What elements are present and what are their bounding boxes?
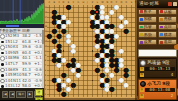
winrate-graph[interactable] bbox=[0, 0, 44, 25]
black-captures-value: 2 bbox=[145, 93, 175, 98]
white-stone-icon bbox=[140, 60, 146, 66]
button-icon bbox=[140, 10, 143, 13]
coordinate-letter: S bbox=[129, 1, 133, 4]
quick-buttons: 谱研 bbox=[35, 89, 44, 100]
action-button-形势[interactable]: 形势 bbox=[138, 31, 157, 38]
action-button-托管[interactable]: 托管 bbox=[138, 24, 157, 31]
info-box bbox=[138, 49, 177, 57]
button-label: 数子 bbox=[144, 9, 152, 15]
move-delta: +1.1 bbox=[34, 62, 41, 67]
white-time-display: 00:15:13 bbox=[145, 67, 175, 72]
action-button-返回[interactable]: 返回 bbox=[158, 39, 177, 46]
button-label: 认输 bbox=[164, 9, 172, 15]
playback-button[interactable]: |◀ bbox=[2, 91, 9, 98]
button-label: 和棋 bbox=[144, 16, 152, 22]
black-time-display: 00:13:08 bbox=[145, 88, 175, 93]
move-coordinate: L7 bbox=[13, 62, 22, 67]
panel-title: 通知-对局 bbox=[139, 1, 168, 6]
move-list[interactable]: 手数坐标胜率目差 152M338.2-1.5151L261.8+1.5150K4… bbox=[0, 28, 44, 88]
button-label: 托管 bbox=[144, 24, 152, 30]
button-icon bbox=[140, 26, 143, 29]
button-label: 形势 bbox=[144, 32, 152, 38]
button-icon bbox=[160, 10, 163, 13]
coordinate-letter: J bbox=[86, 1, 90, 4]
action-button-设置[interactable]: 设置 bbox=[138, 39, 157, 46]
move-number: 152 bbox=[5, 34, 13, 39]
black-time-tag: 保留 bbox=[140, 88, 144, 92]
move-delta: -1.5 bbox=[34, 34, 41, 39]
black-player-panel: 小飞刀 9段 保留 00:13:08 提子 2 bbox=[138, 79, 177, 100]
button-label: 悔棋 bbox=[164, 16, 172, 22]
game-action-buttons: 数子认输和棋悔棋托管点目形势棋谱设置返回 bbox=[138, 9, 177, 46]
button-icon bbox=[160, 33, 163, 36]
coordinate-letter: H bbox=[81, 1, 85, 4]
winrate-graph-svg bbox=[0, 0, 44, 24]
quick-button[interactable]: 谱 bbox=[35, 89, 44, 96]
coordinate-letter: F bbox=[72, 1, 76, 4]
coordinate-letter: A bbox=[48, 1, 52, 4]
board-coordinates-top: ABCDEFGHJKLMNOPQRST bbox=[47, 0, 138, 4]
coordinate-letter: B bbox=[52, 1, 56, 4]
board-grid[interactable]: ●●●●●●●●●●●●●●●●●●●●●●●●●●●●●●●●●●●●●●●●… bbox=[47, 5, 138, 97]
move-slider-thumb[interactable] bbox=[6, 25, 19, 27]
button-label: 返回 bbox=[164, 39, 172, 45]
notice-icon[interactable] bbox=[168, 2, 172, 6]
move-winrate: 38.2 bbox=[22, 34, 34, 39]
white-captures-value: 4 bbox=[145, 72, 175, 77]
coordinate-letter: N bbox=[105, 1, 109, 4]
white-player-panel: 风清扬 9段 保留 00:15:13 提子 4 bbox=[138, 58, 177, 78]
coordinate-letter: Q bbox=[120, 1, 124, 4]
button-icon bbox=[160, 26, 163, 29]
white-captures-tag: 提子 bbox=[140, 73, 144, 77]
analysis-sidebar: 手数坐标胜率目差 152M338.2-1.5151L261.8+1.5150K4… bbox=[0, 0, 44, 100]
go-board[interactable]: ABCDEFGHJKLMNOPQRST 19181716151413121110… bbox=[44, 0, 137, 100]
action-button-点目[interactable]: 点目 bbox=[158, 24, 177, 31]
button-icon bbox=[140, 18, 143, 21]
minimize-icon[interactable] bbox=[173, 2, 177, 6]
action-button-数子[interactable]: 数子 bbox=[138, 9, 157, 16]
go-client-window: 手数坐标胜率目差 152M338.2-1.5151L261.8+1.5150K4… bbox=[0, 0, 178, 100]
black-stone-icon bbox=[140, 81, 146, 87]
white-player-name: 风清扬 9段 bbox=[147, 60, 169, 65]
black-captures-tag: 提子 bbox=[140, 94, 144, 98]
coordinate-letter: K bbox=[91, 1, 95, 4]
move-number: 147 bbox=[5, 62, 13, 67]
move-coordinate: M3 bbox=[13, 34, 22, 39]
move-winrate: 59.9 bbox=[22, 62, 34, 67]
button-icon bbox=[140, 33, 143, 36]
playback-button[interactable]: ▶ bbox=[27, 91, 33, 98]
white-time-tag: 保留 bbox=[140, 67, 144, 71]
button-label: 棋谱 bbox=[164, 32, 172, 38]
black-player-name: 小飞刀 9段 bbox=[147, 81, 170, 86]
playback-button[interactable]: ◀ bbox=[9, 91, 15, 98]
button-icon bbox=[160, 18, 163, 21]
coordinate-letter: R bbox=[124, 1, 128, 4]
action-button-悔棋[interactable]: 悔棋 bbox=[158, 16, 177, 23]
coordinate-letter: G bbox=[76, 1, 80, 4]
playback-button[interactable]: 播放 bbox=[16, 91, 26, 98]
button-icon bbox=[160, 41, 163, 44]
coordinate-letter: C bbox=[57, 1, 61, 4]
button-label: 点目 bbox=[164, 24, 172, 30]
action-button-认输[interactable]: 认输 bbox=[158, 9, 177, 16]
button-label: 设置 bbox=[144, 39, 152, 45]
action-button-棋谱[interactable]: 棋谱 bbox=[158, 31, 177, 38]
panel-title-bar: 通知-对局 bbox=[137, 0, 178, 8]
button-icon bbox=[140, 41, 143, 44]
game-control-panel: 通知-对局 数子认输和棋悔棋托管点目形势棋谱设置返回 风清扬 9段 保留 00:… bbox=[137, 0, 178, 100]
quick-button[interactable]: 研 bbox=[35, 97, 44, 101]
action-button-和棋[interactable]: 和棋 bbox=[138, 16, 157, 23]
